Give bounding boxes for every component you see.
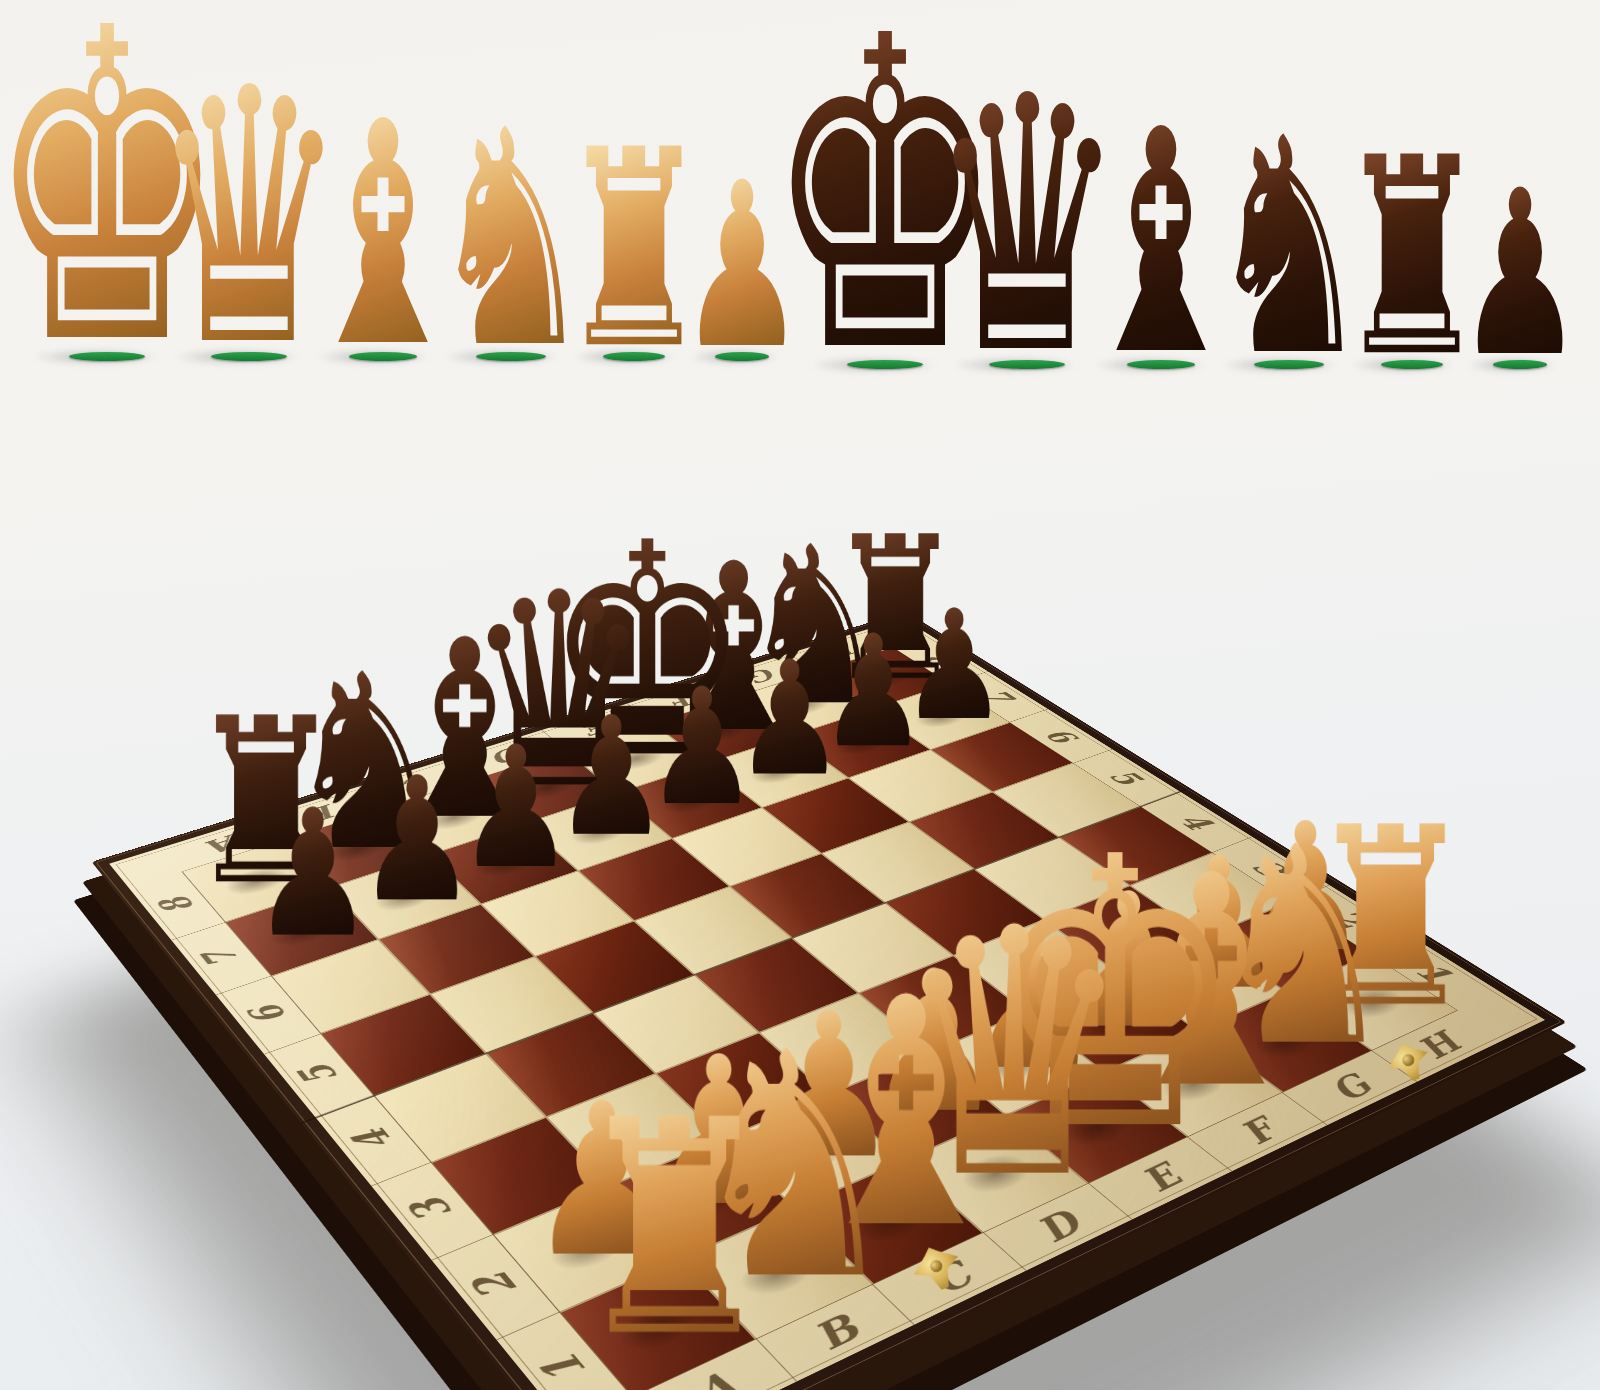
- chessboard: ABCDEFGH ABCDEFGH 87654321 87654321 ♜♞♝♛…: [92, 611, 1567, 1390]
- dark-pawn-a7: ♟: [252, 806, 375, 943]
- light-rook-a1: ♜: [571, 1114, 777, 1344]
- lineup-light-knight: ♞: [446, 116, 576, 360]
- board-scene: ABCDEFGH ABCDEFGH 87654321 87654321 ♜♞♝♛…: [252, 398, 1332, 1390]
- lineup-light-rook: ♜: [576, 136, 692, 360]
- light-piece-lineup: ♚♛♝♞♜♟: [36, 6, 780, 360]
- lineup-dark-knight: ♞: [1224, 124, 1354, 368]
- lineup-light-bishop: ♝: [320, 108, 446, 360]
- lineup-dark-bishop: ♝: [1098, 116, 1224, 368]
- dark-pawn-glyph: ♟: [1457, 186, 1584, 364]
- lineup-dark-rook: ♜: [1354, 144, 1470, 368]
- lineup-dark-pawn: ♟: [1470, 178, 1570, 368]
- dark-piece-lineup: ♚♛♝♞♜♟: [814, 2, 1562, 368]
